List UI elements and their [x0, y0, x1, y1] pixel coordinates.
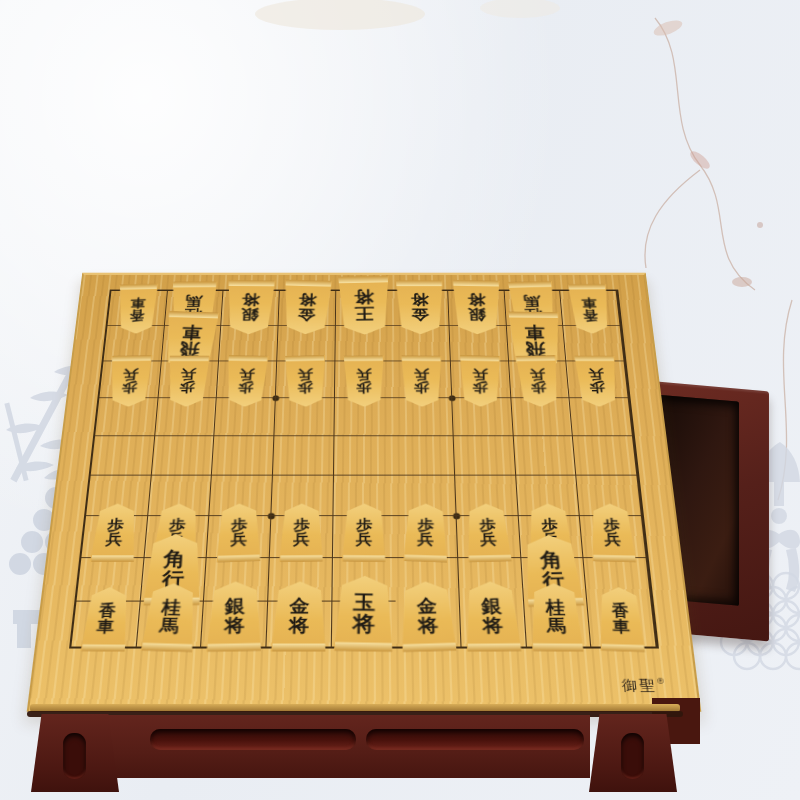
piece-kanji: 歩兵	[414, 368, 430, 395]
piece-pawn-sente[interactable]: 歩兵	[341, 503, 387, 562]
board-underside-shadow	[27, 711, 683, 717]
piece-kanji: 歩兵	[180, 368, 197, 394]
piece-kanji: 飛車	[179, 324, 203, 358]
cell-9-5	[91, 436, 155, 475]
piece-kanji: 歩兵	[238, 367, 255, 394]
piece-kanji: 香車	[611, 603, 630, 636]
product-photo-scene: 香車桂馬銀将金将王将金将銀将桂馬香車飛車飛車歩兵歩兵歩兵歩兵歩兵歩兵歩兵歩兵歩兵…	[0, 0, 800, 800]
cell-8-3: 歩兵	[158, 361, 219, 398]
piece-kanji: 桂馬	[159, 599, 182, 636]
piece-silver-gote[interactable]: 銀将	[451, 280, 502, 335]
right-leg-slot	[621, 733, 644, 779]
piece-pawn-gote[interactable]: 歩兵	[459, 355, 502, 407]
piece-kanji: 歩兵	[417, 517, 434, 547]
piece-kanji: 銀将	[224, 597, 245, 635]
piece-kanji: 歩兵	[231, 517, 248, 547]
piece-pawn-gote[interactable]: 歩兵	[284, 355, 327, 407]
maker-signature: 御聖®	[621, 677, 666, 695]
piece-kanji: 金将	[297, 292, 317, 322]
cell-4-3: 歩兵	[393, 361, 452, 398]
piece-kanji: 歩兵	[588, 368, 606, 394]
piece-kanji: 歩兵	[472, 367, 488, 394]
piece-kanji: 銀将	[467, 292, 485, 322]
cell-1-3: 歩兵	[567, 361, 629, 398]
piece-kanji: 銀将	[241, 292, 261, 322]
cell-1-9: 香車	[588, 602, 657, 647]
piece-kanji: 香車	[129, 296, 145, 321]
piece-kanji: 歩兵	[356, 517, 373, 547]
apron-slot-left	[150, 729, 356, 750]
cell-6-1: 金将	[279, 291, 336, 326]
cell-7-3: 歩兵	[217, 361, 277, 398]
piece-kanji: 歩兵	[121, 367, 138, 394]
signature-text: 御聖	[621, 677, 658, 693]
piece-pawn-sente[interactable]: 歩兵	[403, 503, 449, 562]
cell-5-3: 歩兵	[335, 361, 394, 398]
piece-kanji: 銀将	[481, 597, 503, 635]
cell-8-5	[151, 436, 214, 475]
piece-king-sente[interactable]: 玉将	[333, 575, 395, 652]
piece-gold-sente[interactable]: 金将	[270, 582, 328, 652]
cell-6-7: 歩兵	[270, 516, 333, 558]
cell-4-9: 金将	[396, 602, 462, 647]
front-right-leg	[589, 714, 677, 792]
cell-7-7: 歩兵	[207, 516, 271, 558]
cell-4-1: 金将	[392, 291, 449, 326]
piece-kanji: 香車	[581, 296, 599, 321]
piece-king-gote[interactable]: 王将	[337, 276, 392, 335]
piece-kanji: 歩兵	[603, 517, 622, 547]
cell-5-1: 王将	[335, 291, 392, 326]
cell-3-1: 銀将	[448, 291, 506, 326]
cell-4-5	[394, 436, 455, 475]
cell-7-1: 銀将	[222, 291, 280, 326]
piece-kanji: 金将	[417, 597, 439, 636]
piece-pawn-gote[interactable]: 歩兵	[401, 355, 444, 407]
cell-8-9: 桂馬	[136, 602, 204, 647]
piece-kanji: 金将	[289, 597, 310, 635]
cell-6-9: 金将	[266, 602, 332, 647]
cell-1-7: 歩兵	[580, 516, 646, 558]
cell-3-3: 歩兵	[451, 361, 511, 398]
piece-kanji: 歩兵	[530, 367, 548, 394]
piece-kanji: 歩兵	[479, 517, 498, 547]
cell-2-9: 桂馬	[524, 602, 592, 647]
cell-2-5	[513, 436, 576, 475]
piece-kanji: 飛車	[525, 324, 547, 358]
cell-5-5	[334, 436, 395, 475]
piece-kanji: 歩兵	[293, 517, 310, 547]
piece-kanji: 歩兵	[105, 518, 124, 548]
piece-kanji: 歩兵	[356, 368, 372, 395]
paper-texture-patches	[255, 0, 560, 30]
cell-3-5	[454, 436, 516, 475]
cell-5-9: 玉将	[331, 602, 396, 647]
front-left-leg	[31, 714, 119, 792]
piece-kanji: 桂馬	[546, 599, 567, 635]
piece-kanji: 金将	[411, 292, 429, 321]
cell-9-7: 歩兵	[81, 516, 147, 558]
shogi-board: 香車桂馬銀将金将王将金将銀将桂馬香車飛車飛車歩兵歩兵歩兵歩兵歩兵歩兵歩兵歩兵歩兵…	[27, 273, 702, 712]
cell-2-3: 歩兵	[509, 361, 570, 398]
piece-gold-gote[interactable]: 金将	[395, 280, 446, 334]
piece-kanji: 王将	[354, 289, 374, 322]
registered-mark: ®	[656, 677, 666, 686]
cell-9-3: 歩兵	[99, 361, 161, 398]
piece-kanji: 香車	[96, 603, 117, 635]
piece-pawn-gote[interactable]: 歩兵	[343, 355, 386, 407]
cell-1-5	[573, 436, 637, 475]
cell-3-7: 歩兵	[457, 516, 521, 558]
piece-pawn-sente[interactable]: 歩兵	[278, 503, 324, 562]
piece-kanji: 玉将	[352, 592, 375, 634]
cell-3-9: 銀将	[460, 602, 527, 647]
piece-pawn-sente[interactable]: 歩兵	[216, 503, 262, 562]
cell-1-1: 香車	[560, 291, 620, 326]
cell-4-7: 歩兵	[395, 516, 458, 558]
cell-7-9: 銀将	[201, 602, 268, 647]
cell-9-9: 香車	[71, 602, 140, 647]
cell-7-5	[212, 436, 274, 475]
cell-5-7: 歩兵	[333, 516, 396, 558]
apron	[98, 715, 590, 778]
cell-9-1: 香車	[108, 291, 168, 326]
cell-6-5	[273, 436, 334, 475]
apron-slot-right	[366, 729, 584, 750]
board-grid: 香車桂馬銀将金将王将金将銀将桂馬香車飛車飛車歩兵歩兵歩兵歩兵歩兵歩兵歩兵歩兵歩兵…	[69, 290, 659, 649]
left-leg-slot	[63, 733, 86, 779]
piece-kanji: 歩兵	[297, 367, 313, 394]
cell-6-3: 歩兵	[276, 361, 335, 398]
